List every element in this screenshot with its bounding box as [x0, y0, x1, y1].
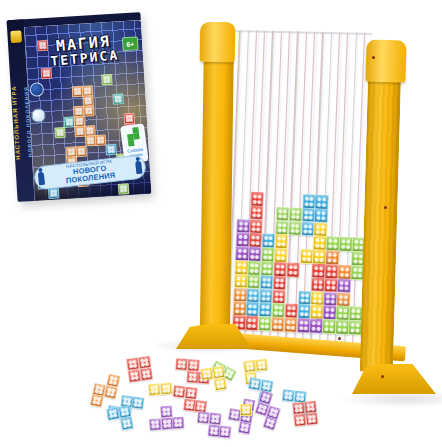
block-cell — [293, 413, 306, 426]
block-cell — [244, 371, 257, 384]
block-cell — [258, 390, 273, 405]
brand-logo — [10, 30, 22, 43]
block-cell — [211, 366, 225, 380]
block-cell — [194, 399, 208, 413]
block-cell — [126, 357, 140, 371]
block-cell — [237, 421, 251, 435]
spine-line1: НАСТОЛЬНАЯ ИГРА — [10, 85, 21, 160]
block-cell — [213, 377, 227, 391]
block-cell — [273, 262, 287, 277]
person-icon — [135, 160, 142, 174]
block-cell — [255, 359, 268, 372]
block-cell — [304, 403, 317, 416]
frame-right-cap — [365, 39, 406, 82]
block-cell — [250, 205, 264, 220]
block-cell — [283, 317, 297, 332]
block-cell — [106, 407, 120, 421]
block-cell — [105, 144, 116, 155]
block-cell — [240, 404, 252, 416]
block-cell — [160, 417, 173, 430]
block-cell — [112, 93, 123, 104]
block-cell — [137, 356, 151, 370]
block-cell — [118, 406, 132, 420]
block-cell — [184, 386, 198, 400]
block-cell — [75, 146, 86, 157]
block-cell — [248, 377, 262, 391]
block-cell — [83, 105, 94, 116]
block-cell — [250, 192, 264, 207]
block-cell — [293, 390, 306, 403]
block-cell — [117, 405, 131, 419]
screw-icon — [384, 206, 387, 209]
block-cell — [207, 424, 220, 437]
block-cell — [288, 221, 302, 236]
frame-left-post — [200, 24, 234, 336]
block-cell — [315, 194, 329, 209]
block-cell — [120, 395, 134, 409]
block-cell — [54, 127, 65, 138]
block-cell — [197, 371, 210, 384]
block-cell — [148, 383, 161, 396]
block-cell — [286, 262, 300, 277]
block-cell — [305, 412, 318, 425]
block-cell — [160, 382, 173, 395]
block-cell — [239, 409, 253, 423]
block-cell — [304, 401, 317, 414]
block-cell — [90, 394, 104, 408]
product-photo-scene: НАСТОЛЬНАЯ ИГРА НОВОГО ПОКОЛЕНИЯ МАГИЯ Т… — [0, 0, 442, 447]
age-badge: 6+ — [122, 36, 139, 51]
block-cell — [292, 402, 305, 415]
block-cell — [260, 275, 274, 290]
block-cell — [92, 382, 106, 396]
block-cell — [219, 425, 232, 438]
block-cell — [258, 316, 272, 331]
block-cell — [257, 390, 271, 404]
screw-icon — [372, 56, 375, 59]
block-cell — [95, 134, 106, 145]
block-cell — [139, 367, 153, 381]
block-cell — [314, 208, 328, 223]
block-cell — [275, 206, 289, 221]
block-cell — [259, 379, 273, 393]
screw-icon — [381, 375, 384, 378]
block-cell — [255, 401, 270, 416]
block-cell — [172, 416, 185, 429]
block-cell — [245, 316, 259, 331]
block-cell — [208, 412, 221, 425]
block-cell — [337, 278, 351, 293]
block-cell — [119, 416, 133, 430]
block-cell — [173, 385, 187, 399]
person-icon — [38, 171, 45, 185]
game-box: НАСТОЛЬНАЯ ИГРА НОВОГО ПОКОЛЕНИЯ МАГИЯ Т… — [7, 12, 152, 202]
block-cell — [262, 416, 277, 431]
block-cell — [128, 369, 142, 383]
block-cell — [247, 260, 261, 275]
block-cell — [292, 402, 305, 415]
block-cell — [131, 396, 145, 410]
block-cell — [221, 365, 237, 381]
block-cell — [272, 275, 286, 290]
block-cell — [247, 274, 261, 289]
block-cell — [160, 405, 173, 418]
s-tetromino-icon — [124, 127, 142, 148]
screw-icon — [338, 337, 341, 340]
block-cell — [183, 398, 197, 412]
block-cell — [266, 405, 281, 420]
block-cell — [200, 367, 214, 381]
frame-left-cap — [200, 22, 236, 62]
block-cell — [106, 373, 120, 387]
block-cell — [197, 411, 210, 424]
block-cell — [149, 418, 162, 431]
block-cell — [241, 398, 255, 412]
box-face: МАГИЯ ТЕТРИСА 6+ Собери линию НАСТОЛЬНАЯ… — [24, 20, 151, 201]
block-cell — [228, 407, 242, 421]
block-cell — [243, 360, 256, 373]
block-cell — [187, 359, 200, 372]
block-cell — [118, 183, 129, 194]
block-cell — [288, 207, 302, 222]
block-cell — [271, 317, 285, 332]
block-cell — [186, 370, 199, 383]
block-cell — [107, 404, 121, 418]
block-cell — [210, 360, 226, 376]
block-cell — [282, 389, 295, 402]
block-cell — [101, 74, 112, 85]
block-cell — [175, 358, 188, 371]
piece-stack — [232, 191, 369, 339]
block-cell — [260, 261, 274, 276]
block-cell — [103, 385, 117, 399]
